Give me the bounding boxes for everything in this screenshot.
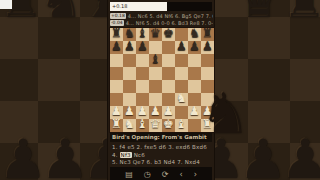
square-a6[interactable] — [110, 54, 123, 67]
engine-line-2-moves: 4... Nf6 5. d4 0-0 6. Bd3 Re8 7. 0-0 c5 … — [126, 20, 213, 26]
square-b1[interactable]: ♞ — [123, 119, 136, 132]
corner-watermark — [0, 0, 12, 9]
square-e6[interactable] — [162, 54, 175, 67]
forward-move-icon[interactable]: › — [194, 170, 197, 179]
white-rook-piece: ♜ — [110, 118, 123, 131]
moves-after-current: Nc6 — [134, 152, 145, 158]
square-h6[interactable] — [201, 54, 214, 67]
engine-line-2: -0.04 4... Nf6 5. d4 0-0 6. Bd3 Re8 7. 0… — [110, 19, 213, 26]
square-c6[interactable] — [136, 54, 149, 67]
engine-line-2-eval: -0.04 — [110, 20, 124, 26]
current-move[interactable]: Nf3 — [120, 152, 132, 158]
square-b4[interactable] — [123, 80, 136, 93]
square-c1[interactable]: ♝ — [136, 119, 149, 132]
chess-app-panel: +0.18 +0.18 4... Nc6 5. d4 Nf6 6. Bg5 Qe… — [107, 0, 215, 180]
square-h7[interactable]: ♟ — [201, 41, 214, 54]
white-king-piece: ♚ — [162, 118, 175, 131]
square-f1[interactable]: ♝ — [175, 119, 188, 132]
engine-line-1-eval: +0.18 — [110, 13, 126, 19]
video-frame: +0.18 +0.18 4... Nc6 5. d4 Nf6 6. Bg5 Qe… — [0, 0, 320, 180]
chess-board[interactable]: ♜♞♝♛♚♞♜♟♟♟♟♟♟♝♞♟♟♟♟♟♟♟♜♞♝♛♚♝♜ — [110, 28, 214, 132]
black-bishop-piece: ♝ — [149, 53, 162, 66]
square-a7[interactable]: ♟ — [110, 41, 123, 54]
white-bishop-piece: ♝ — [136, 118, 149, 131]
square-a1[interactable]: ♜ — [110, 119, 123, 132]
square-h5[interactable] — [201, 67, 214, 80]
square-e8[interactable]: ♚ — [162, 28, 175, 41]
square-d5[interactable] — [149, 67, 162, 80]
bottom-toolbar: ▤ ◷ ⟳ ‹ › — [110, 167, 212, 180]
square-f5[interactable] — [175, 67, 188, 80]
pawn-silhouette: ♟ — [281, 133, 320, 180]
queen-silhouette: ♛ — [238, 0, 281, 24]
clock-icon[interactable]: ◷ — [144, 170, 151, 179]
square-e4[interactable] — [162, 80, 175, 93]
square-d8[interactable]: ♛ — [149, 28, 162, 41]
square-c5[interactable] — [136, 67, 149, 80]
evaluation-bar: +0.18 — [110, 2, 212, 11]
white-knight-piece: ♞ — [175, 92, 188, 105]
square-d4[interactable] — [149, 80, 162, 93]
rook-silhouette: ♜ — [283, 0, 320, 24]
black-pawn-piece: ♟ — [175, 40, 188, 53]
rotate-board-icon[interactable]: ⟳ — [162, 170, 169, 179]
square-a4[interactable] — [110, 80, 123, 93]
white-bishop-piece: ♝ — [175, 118, 188, 131]
move-list-line-1: 1. f4 e5 2. fxe5 d6 3. exd6 Bxd6 4. Nf3 … — [112, 144, 212, 159]
square-d1[interactable]: ♛ — [149, 119, 162, 132]
square-a5[interactable] — [110, 67, 123, 80]
square-b5[interactable] — [123, 67, 136, 80]
square-e1[interactable]: ♚ — [162, 119, 175, 132]
square-e7[interactable] — [162, 41, 175, 54]
square-b7[interactable]: ♟ — [123, 41, 136, 54]
engine-line-1-moves: 4... Nc6 5. d4 Nf6 6. Bg5 Qe7 7. Qd3 Ne4… — [128, 13, 213, 19]
back-move-icon[interactable]: ‹ — [179, 170, 182, 179]
square-g7[interactable]: ♟ — [188, 41, 201, 54]
black-king-piece: ♚ — [162, 27, 175, 40]
white-queen-piece: ♛ — [149, 118, 162, 131]
black-pawn-piece: ♟ — [136, 40, 149, 53]
square-c4[interactable] — [136, 80, 149, 93]
white-knight-piece: ♞ — [123, 118, 136, 131]
evaluation-value: +0.18 — [110, 2, 167, 11]
menu-icon[interactable]: ▤ — [125, 170, 133, 179]
square-c7[interactable]: ♟ — [136, 41, 149, 54]
engine-line-1: +0.18 4... Nc6 5. d4 Nf6 6. Bg5 Qe7 7. Q… — [110, 12, 213, 19]
square-d6[interactable]: ♝ — [149, 54, 162, 67]
square-f3[interactable]: ♞ — [175, 93, 188, 106]
knight-silhouette-foreground: ♞ — [200, 86, 250, 142]
square-f6[interactable] — [175, 54, 188, 67]
knight-silhouette: ♞ — [40, 0, 83, 24]
square-f7[interactable]: ♟ — [175, 41, 188, 54]
black-pawn-piece: ♟ — [110, 40, 123, 53]
square-b6[interactable] — [123, 54, 136, 67]
square-g6[interactable] — [188, 54, 201, 67]
square-g5[interactable] — [188, 67, 201, 80]
black-pawn-piece: ♟ — [201, 40, 214, 53]
black-pawn-piece: ♟ — [188, 40, 201, 53]
square-e5[interactable] — [162, 67, 175, 80]
black-pawn-piece: ♟ — [123, 40, 136, 53]
black-queen-piece: ♛ — [149, 27, 162, 40]
opening-name-label: Bird's Opening: From's Gambit — [110, 133, 212, 142]
